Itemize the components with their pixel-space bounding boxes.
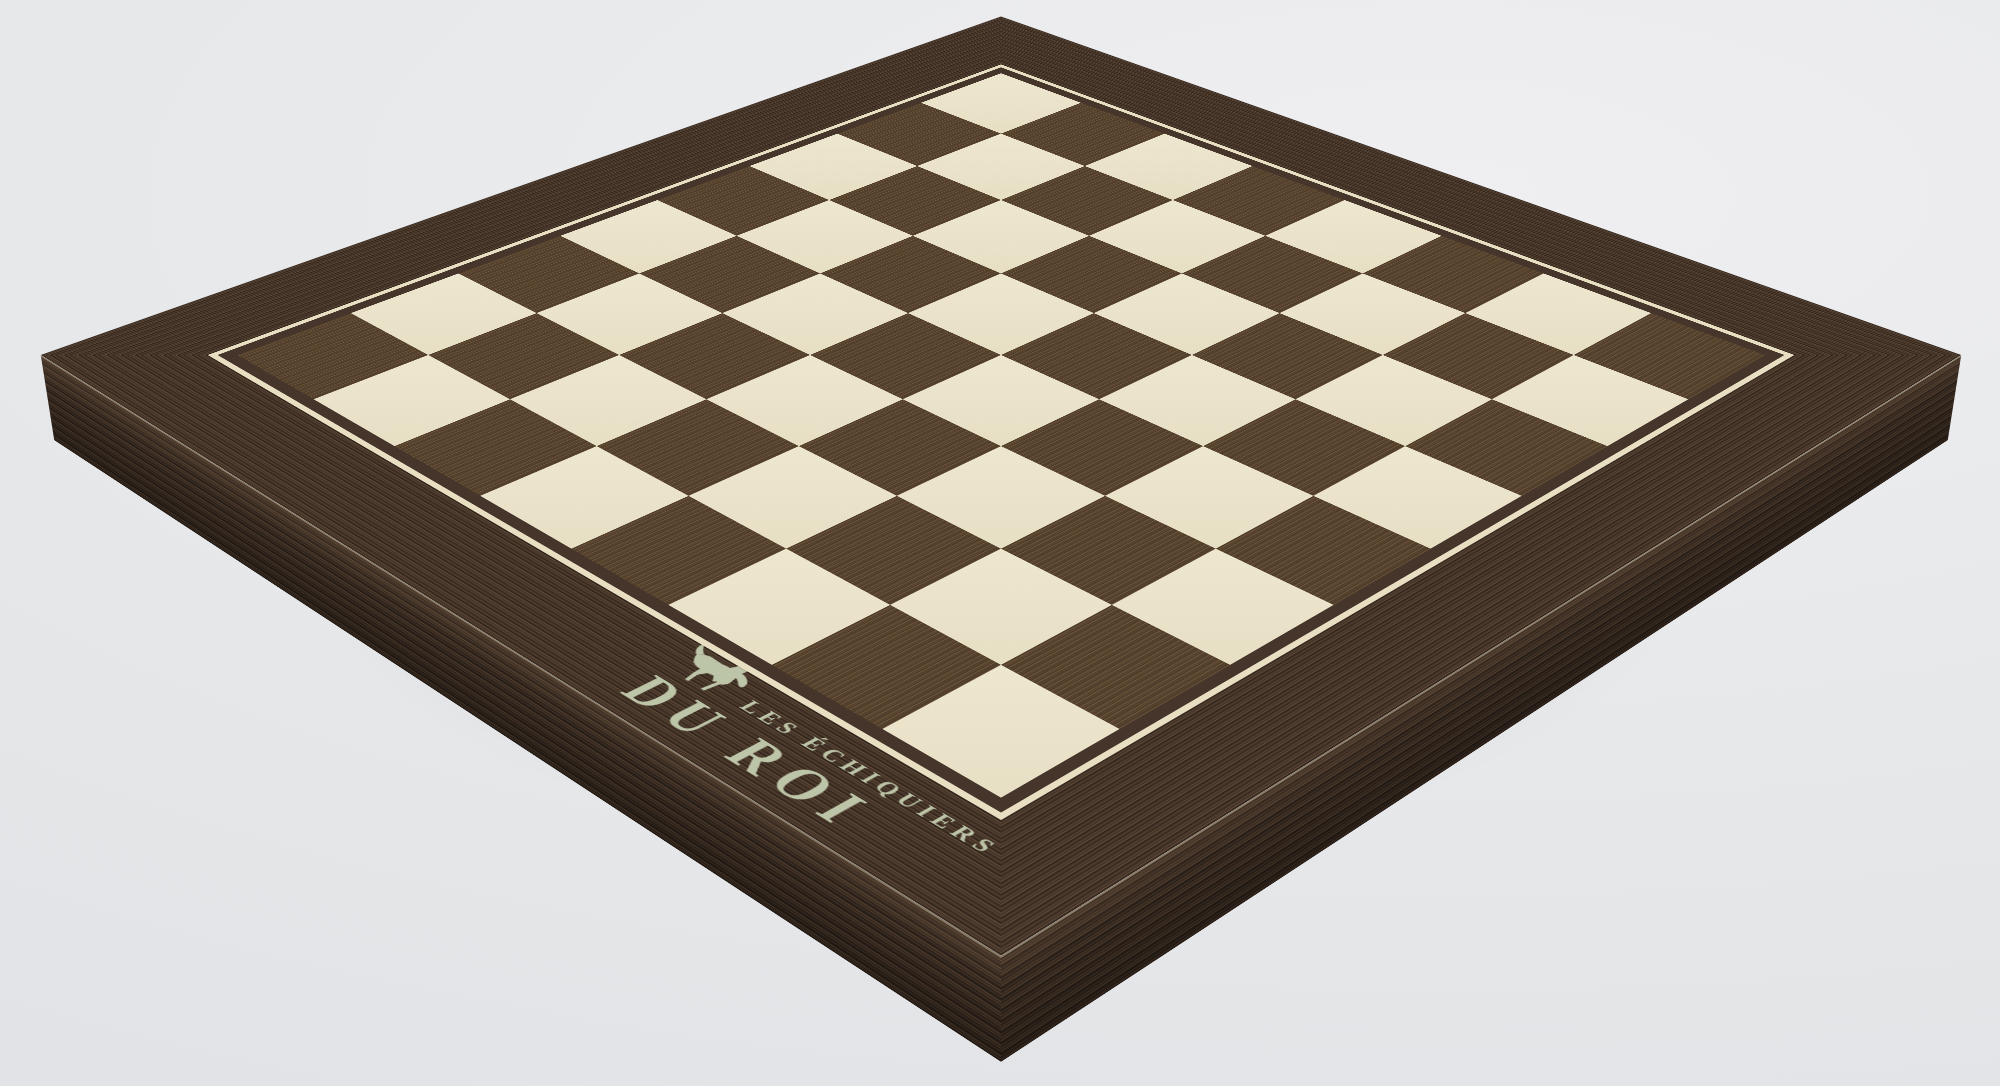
square-d2 — [597, 399, 799, 496]
square-e4 — [903, 355, 1099, 446]
frame-near-left-edge: LES ÉCHIQUIERS DU ROI — [41, 318, 1113, 956]
chess-board: LES ÉCHIQUIERS DU ROI — [41, 17, 1962, 956]
square-h3 — [1112, 549, 1334, 665]
square-h1 — [883, 665, 1120, 798]
square-c1 — [395, 399, 597, 496]
square-f4 — [1001, 399, 1203, 496]
square-g6 — [1296, 355, 1492, 446]
square-f2 — [786, 496, 1001, 605]
square-h6 — [1405, 399, 1607, 496]
square-g3 — [1001, 496, 1216, 605]
square-f5 — [1099, 355, 1295, 446]
square-c2 — [510, 355, 706, 446]
square-g4 — [1105, 446, 1313, 549]
square-e3 — [799, 399, 1001, 496]
square-e2 — [689, 446, 897, 549]
square-f3 — [897, 446, 1105, 549]
product-photo-scene: LES ÉCHIQUIERS DU ROI — [0, 0, 2000, 1086]
square-b1 — [314, 355, 510, 446]
square-g1 — [772, 605, 1001, 729]
square-h5 — [1313, 446, 1521, 549]
square-f1 — [668, 549, 890, 665]
board-top-surface: LES ÉCHIQUIERS DU ROI — [41, 17, 1962, 956]
square-h4 — [1216, 496, 1431, 605]
square-e1 — [571, 496, 786, 605]
square-d3 — [706, 355, 902, 446]
square-h7 — [1492, 355, 1688, 446]
frame-near-right-edge — [889, 318, 1961, 956]
knight-rider-icon — [644, 632, 792, 713]
square-g5 — [1203, 399, 1405, 496]
square-d1 — [480, 446, 688, 549]
square-h2 — [1001, 605, 1230, 729]
square-g2 — [890, 549, 1112, 665]
